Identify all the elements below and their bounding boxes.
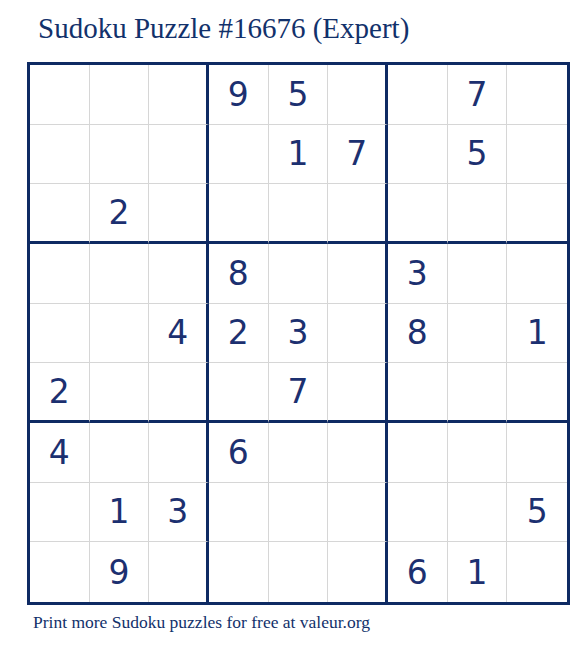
cell-r4c4: 8 [209,244,269,304]
cell-r2c6: 7 [328,125,388,185]
cell-r6c7 [388,363,448,423]
cell-r2c1 [30,125,90,185]
cell-r8c8 [448,483,508,543]
cell-r5c9: 1 [507,304,567,364]
cell-r4c7: 3 [388,244,448,304]
cell-r4c8 [448,244,508,304]
cell-r2c7 [388,125,448,185]
cell-r7c6 [328,423,388,483]
cell-r8c4 [209,483,269,543]
cell-r8c3: 3 [149,483,209,543]
cell-r9c9 [507,542,567,602]
cell-r7c4: 6 [209,423,269,483]
cell-r8c2: 1 [90,483,150,543]
cell-r9c1 [30,542,90,602]
cell-r1c2 [90,65,150,125]
cell-r9c2: 9 [90,542,150,602]
cell-r8c1 [30,483,90,543]
cell-r9c4 [209,542,269,602]
cell-r1c6 [328,65,388,125]
cell-r4c6 [328,244,388,304]
cell-r7c2 [90,423,150,483]
cell-r8c6 [328,483,388,543]
cell-r3c7 [388,184,448,244]
cell-r3c2: 2 [90,184,150,244]
cell-r7c3 [149,423,209,483]
cell-r3c6 [328,184,388,244]
cell-r1c9 [507,65,567,125]
cell-r2c5: 1 [269,125,329,185]
cell-r9c8: 1 [448,542,508,602]
cell-r8c5 [269,483,329,543]
cell-r4c9 [507,244,567,304]
cell-r9c3 [149,542,209,602]
cell-r7c8 [448,423,508,483]
cell-r9c7: 6 [388,542,448,602]
cell-r4c3 [149,244,209,304]
footer-text: Print more Sudoku puzzles for free at va… [33,612,370,633]
cell-r4c2 [90,244,150,304]
cell-r5c8 [448,304,508,364]
puzzle-title: Sudoku Puzzle #16676 (Expert) [38,12,409,45]
cell-r1c8: 7 [448,65,508,125]
cell-r6c1: 2 [30,363,90,423]
sudoku-board: 957175283423812746135961 [27,62,570,605]
cell-r2c4 [209,125,269,185]
cell-r1c3 [149,65,209,125]
cell-r4c1 [30,244,90,304]
cell-r6c5: 7 [269,363,329,423]
cell-r6c6 [328,363,388,423]
cell-r7c1: 4 [30,423,90,483]
cell-r5c1 [30,304,90,364]
cell-r1c5: 5 [269,65,329,125]
cell-r2c3 [149,125,209,185]
cell-r6c2 [90,363,150,423]
cell-r3c5 [269,184,329,244]
cell-r5c3: 4 [149,304,209,364]
cell-r3c3 [149,184,209,244]
cell-r3c8 [448,184,508,244]
cell-r1c4: 9 [209,65,269,125]
cell-r5c4: 2 [209,304,269,364]
cell-r5c7: 8 [388,304,448,364]
cell-r3c4 [209,184,269,244]
cell-r5c5: 3 [269,304,329,364]
cell-r7c5 [269,423,329,483]
cell-r5c6 [328,304,388,364]
cell-r3c1 [30,184,90,244]
cell-r8c9: 5 [507,483,567,543]
cell-r6c8 [448,363,508,423]
cell-r9c5 [269,542,329,602]
cell-r6c4 [209,363,269,423]
cell-r7c9 [507,423,567,483]
cell-r7c7 [388,423,448,483]
cell-r3c9 [507,184,567,244]
cell-r2c8: 5 [448,125,508,185]
cell-r2c9 [507,125,567,185]
cell-r5c2 [90,304,150,364]
cell-r4c5 [269,244,329,304]
cell-r2c2 [90,125,150,185]
cell-r1c7 [388,65,448,125]
cell-r1c1 [30,65,90,125]
cell-r6c9 [507,363,567,423]
cell-r8c7 [388,483,448,543]
cell-r6c3 [149,363,209,423]
cell-r9c6 [328,542,388,602]
